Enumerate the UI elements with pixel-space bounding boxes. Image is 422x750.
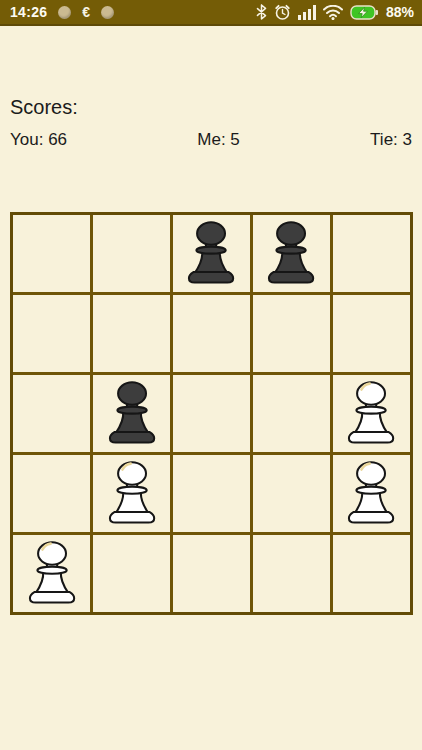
bluetooth-icon (256, 4, 267, 20)
board (10, 212, 413, 615)
black-pawn-icon (98, 378, 166, 450)
alarm-clock-icon (274, 4, 291, 21)
board-cell[interactable] (253, 215, 330, 292)
board-cell[interactable] (333, 295, 410, 372)
battery-charging-icon (350, 5, 378, 20)
white-pawn-icon (337, 378, 405, 450)
white-pawn-icon (98, 458, 166, 530)
battery-percent-text: 88% (386, 4, 414, 20)
board-cell[interactable] (253, 535, 330, 612)
board-cell[interactable] (13, 295, 90, 372)
scores-row: You: 66 Me: 5 Tie: 3 (10, 130, 412, 150)
board-cell[interactable] (13, 215, 90, 292)
board-cell[interactable] (333, 215, 410, 292)
score-tie: Tie: 3 (370, 130, 412, 150)
euro-icon: € (82, 4, 90, 20)
black-pawn-icon (257, 218, 325, 290)
status-bar-right: 88% (256, 4, 414, 21)
board-cell[interactable] (173, 455, 250, 532)
board-cell[interactable] (13, 535, 90, 612)
board-cell[interactable] (93, 215, 170, 292)
board-cell[interactable] (93, 455, 170, 532)
board-cell[interactable] (93, 535, 170, 612)
score-me: Me: 5 (197, 130, 240, 150)
notification-dot-icon (101, 6, 114, 19)
black-pawn-icon (177, 218, 245, 290)
board-cell[interactable] (13, 455, 90, 532)
notification-dot-icon (58, 6, 71, 19)
board-cell[interactable] (253, 455, 330, 532)
board-cell[interactable] (173, 535, 250, 612)
board-cell[interactable] (173, 295, 250, 372)
status-bar: 14:26 € 88% (0, 0, 422, 26)
signal-bars-icon (298, 5, 316, 20)
board-cell[interactable] (333, 535, 410, 612)
white-pawn-icon (18, 538, 86, 610)
clock-text: 14:26 (10, 4, 47, 20)
board-cell[interactable] (93, 295, 170, 372)
white-pawn-icon (337, 458, 405, 530)
board-cell[interactable] (93, 375, 170, 452)
board-cell[interactable] (173, 215, 250, 292)
board-cell[interactable] (333, 455, 410, 532)
board-cell[interactable] (253, 375, 330, 452)
board-cell[interactable] (13, 375, 90, 452)
board-cell[interactable] (173, 375, 250, 452)
scores-title: Scores: (10, 96, 78, 119)
score-you: You: 66 (10, 130, 67, 150)
board-cell[interactable] (333, 375, 410, 452)
board-cell[interactable] (253, 295, 330, 372)
status-bar-left: 14:26 € (10, 4, 114, 20)
wifi-icon (323, 5, 343, 20)
